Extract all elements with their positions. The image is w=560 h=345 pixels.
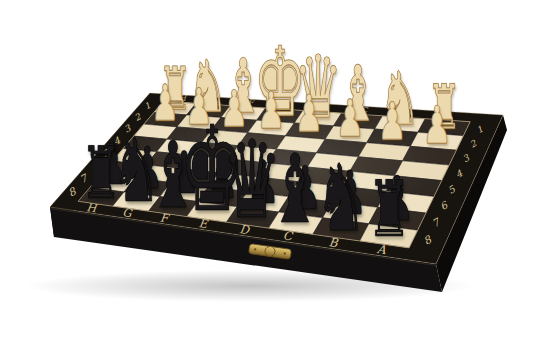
piece-white-pawn-c2[interactable]: ♟ xyxy=(336,92,365,143)
chess-set-photo: HHGGFFEEDDCCBBAA1122334455667788 ♜♞♝♚♛♟♝… xyxy=(0,0,560,345)
piece-white-pawn-d2[interactable]: ♟ xyxy=(295,90,323,141)
pieces-layer: ♜♞♝♚♛♟♝♟♞♟♜♟♟♟♟♟♟♟♟♟♜♞♟♝♟♚♟♛♟♝♞♜ xyxy=(0,0,560,345)
piece-black-knight-b8[interactable]: ♞ xyxy=(315,151,366,243)
piece-white-pawn-b2[interactable]: ♟ xyxy=(378,96,407,148)
piece-black-bishop-c8[interactable]: ♝ xyxy=(269,143,322,238)
piece-white-pawn-a2[interactable]: ♟ xyxy=(422,99,451,151)
piece-black-rook-a8[interactable]: ♜ xyxy=(367,171,410,249)
